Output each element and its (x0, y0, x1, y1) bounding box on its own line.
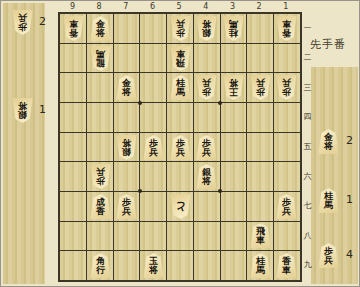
board-cell-2一[interactable] (247, 14, 273, 43)
board-cell-3二[interactable] (221, 44, 247, 73)
piece-kanji: 王 (229, 88, 238, 97)
board-cell-6四[interactable] (140, 103, 166, 132)
piece-kanji: 歩 (282, 88, 291, 97)
captured-count: 1 (39, 104, 46, 116)
piece-kanji: 行 (96, 266, 105, 275)
board-cell-9五[interactable] (60, 133, 86, 162)
piece-kanji: と (175, 201, 186, 213)
board-cell-7一[interactable] (114, 14, 140, 43)
captured-count: 1 (346, 194, 353, 206)
piece-kanji: 将 (202, 177, 211, 186)
file-label-5: 5 (166, 2, 193, 11)
board-cell-9三[interactable] (60, 73, 86, 102)
rank-label-3: 三 (302, 83, 313, 92)
piece-kanji: 兵 (202, 79, 211, 88)
piece-kanji: 桂 (229, 29, 238, 38)
board-cell-4二[interactable] (194, 44, 220, 73)
piece-kanji: 馬 (229, 20, 238, 29)
file-label-6: 6 (139, 2, 166, 11)
piece-kanji: 車 (282, 266, 291, 275)
board-cell-2六[interactable] (247, 162, 273, 191)
board-cell-8三[interactable] (87, 73, 113, 102)
board-cell-4九[interactable] (194, 251, 220, 280)
rank-label-6: 六 (302, 172, 313, 181)
file-label-3: 3 (219, 2, 246, 11)
piece-kanji: 将 (149, 266, 158, 275)
board-cell-2五[interactable] (247, 133, 273, 162)
file-label-8: 8 (86, 2, 113, 11)
hoshi-dot (218, 101, 222, 105)
rank-label-9: 九 (302, 260, 313, 269)
piece-kanji: 車 (176, 50, 185, 59)
board-cell-7八[interactable] (114, 222, 140, 251)
piece-kanji: 銀 (202, 29, 211, 38)
file-label-4: 4 (192, 2, 219, 11)
piece-kanji: 馬 (324, 201, 333, 210)
piece-kanji: 兵 (256, 79, 265, 88)
board-cell-4四[interactable] (194, 103, 220, 132)
piece-kanji: 将 (122, 139, 131, 148)
board-cell-1四[interactable] (274, 103, 300, 132)
piece-kanji: 将 (202, 20, 211, 29)
piece-kanji: 兵 (18, 14, 27, 23)
board-cell-4七[interactable] (194, 192, 220, 221)
board-cell-2二[interactable] (247, 44, 273, 73)
piece-kanji: 歩 (18, 23, 27, 32)
board-cell-5四[interactable] (167, 103, 193, 132)
board-cell-5九[interactable] (167, 251, 193, 280)
rank-label-1: 一 (302, 24, 313, 33)
captured-count: 4 (346, 249, 353, 261)
piece-kanji: 兵 (176, 20, 185, 29)
board-cell-3四[interactable] (221, 103, 247, 132)
board-cell-5八[interactable] (167, 222, 193, 251)
piece-kanji: 馬 (96, 50, 105, 59)
rank-label-4: 四 (302, 112, 313, 121)
board-cell-8四[interactable] (87, 103, 113, 132)
board-cell-9二[interactable] (60, 44, 86, 73)
piece-kanji: 銀 (122, 148, 131, 157)
board-cell-9九[interactable] (60, 251, 86, 280)
piece-kanji: 歩 (256, 88, 265, 97)
piece-kanji: 将 (18, 102, 27, 111)
board-cell-3七[interactable] (221, 192, 247, 221)
board-cell-1二[interactable] (274, 44, 300, 73)
piece-kanji: 香 (69, 29, 78, 38)
board-cell-7二[interactable] (114, 44, 140, 73)
piece-kanji: 龍 (96, 59, 105, 68)
piece-kanji: 歩 (176, 29, 185, 38)
piece-kanji: 将 (96, 29, 105, 38)
board-cell-2四[interactable] (247, 103, 273, 132)
file-label-1: 1 (272, 2, 299, 11)
board-cell-9七[interactable] (60, 192, 86, 221)
piece-kanji: 香 (96, 207, 105, 216)
piece-kanji: 車 (256, 236, 265, 245)
board-cell-3五[interactable] (221, 133, 247, 162)
captured-count: 2 (346, 135, 353, 147)
piece-kanji: 馬 (256, 266, 265, 275)
board-cell-6八[interactable] (140, 222, 166, 251)
piece-kanji: 馬 (176, 88, 185, 97)
rank-label-2: 二 (302, 53, 313, 62)
board-cell-8八[interactable] (87, 222, 113, 251)
board-cell-6七[interactable] (140, 192, 166, 221)
board-cell-8五[interactable] (87, 133, 113, 162)
rank-label-7: 七 (302, 201, 313, 210)
piece-kanji: 兵 (324, 256, 333, 265)
piece-kanji: 兵 (149, 148, 158, 157)
piece-kanji: 車 (69, 20, 78, 29)
board-cell-3九[interactable] (221, 251, 247, 280)
piece-kanji: 銀 (18, 111, 27, 120)
board-cell-5六[interactable] (167, 162, 193, 191)
shogi-app-window: 先手番 987654321一二三四五六七八九 香車金将歩兵銀将桂馬香車龍馬飛車金… (0, 0, 360, 287)
piece-kanji: 飛 (176, 59, 185, 68)
board-cell-3六[interactable] (221, 162, 247, 191)
piece-kanji: 将 (229, 79, 238, 88)
piece-kanji: 将 (122, 88, 131, 97)
file-label-7: 7 (112, 2, 139, 11)
board-cell-6六[interactable] (140, 162, 166, 191)
board-cell-9八[interactable] (60, 222, 86, 251)
board-cell-7四[interactable] (114, 103, 140, 132)
piece-kanji: 兵 (282, 79, 291, 88)
file-label-2: 2 (246, 2, 273, 11)
piece-kanji: 歩 (202, 88, 211, 97)
hoshi-dot (138, 101, 142, 105)
gote-captured-tray (3, 3, 45, 284)
board-cell-6一[interactable] (140, 14, 166, 43)
turn-indicator: 先手番 (310, 37, 346, 52)
piece-kanji: 兵 (176, 148, 185, 157)
piece-kanji: 兵 (96, 168, 105, 177)
board-cell-9四[interactable] (60, 103, 86, 132)
captured-count: 2 (39, 16, 46, 28)
board-cell-9六[interactable] (60, 162, 86, 191)
piece-kanji: 将 (324, 142, 333, 151)
board-cell-6二[interactable] (140, 44, 166, 73)
board-cell-7六[interactable] (114, 162, 140, 191)
piece-kanji: 歩 (96, 177, 105, 186)
board-cell-1八[interactable] (274, 222, 300, 251)
piece-kanji: 兵 (282, 207, 291, 216)
rank-label-8: 八 (302, 231, 313, 240)
piece-kanji: 香 (282, 29, 291, 38)
rank-label-5: 五 (302, 142, 313, 151)
board-cell-4八[interactable] (194, 222, 220, 251)
file-label-9: 9 (59, 2, 86, 11)
piece-kanji: 兵 (122, 207, 131, 216)
board-cell-1六[interactable] (274, 162, 300, 191)
piece-kanji: 兵 (202, 148, 211, 157)
board-cell-2七[interactable] (247, 192, 273, 221)
board-cell-6三[interactable] (140, 73, 166, 102)
board-cell-3八[interactable] (221, 222, 247, 251)
board-cell-1五[interactable] (274, 133, 300, 162)
board-cell-7九[interactable] (114, 251, 140, 280)
piece-kanji: 車 (282, 20, 291, 29)
